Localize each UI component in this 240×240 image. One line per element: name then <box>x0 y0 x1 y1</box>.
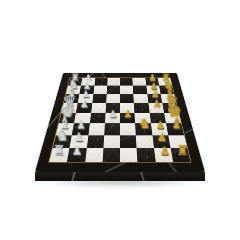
square-a5[interactable] <box>120 78 133 86</box>
square-f4[interactable] <box>104 123 120 135</box>
square-g6[interactable] <box>136 135 154 148</box>
square-g5[interactable] <box>120 135 137 148</box>
square-h5[interactable] <box>120 148 138 162</box>
square-b6[interactable] <box>133 86 147 94</box>
silver-pawn-icon: ♟ <box>76 99 93 108</box>
square-g4[interactable] <box>103 135 120 148</box>
square-c5[interactable] <box>120 94 134 103</box>
square-b4[interactable] <box>107 86 120 94</box>
square-e3[interactable] <box>89 113 105 124</box>
gold-bishop-icon: ♝ <box>167 116 186 131</box>
square-c6[interactable] <box>133 94 148 103</box>
square-h4[interactable] <box>102 148 120 162</box>
silver-pawn-icon: ♟ <box>67 146 88 157</box>
gold-pawn-icon: ♟ <box>149 99 166 108</box>
square-b5[interactable] <box>120 86 133 94</box>
square-f5[interactable] <box>120 123 136 135</box>
gold-pawn-icon: ♟ <box>153 132 173 143</box>
gold-knight-icon: ♞ <box>135 117 154 131</box>
silver-pawn-icon: ♟ <box>69 132 89 143</box>
square-c4[interactable] <box>106 94 120 103</box>
square-a6[interactable] <box>132 78 145 86</box>
chess-board: ♜♞♝♛♚♝♞♜♟♟♟♟♟♟♟♟♜♞♝♛♚♝♜♟♟♟♟♟♟♟♟♞ <box>35 73 205 172</box>
silver-pawn-icon: ♟ <box>72 120 91 130</box>
product-photo-scene: ♜♞♝♛♚♝♞♜♟♟♟♟♟♟♟♟♜♞♝♛♚♝♜♟♟♟♟♟♟♟♟♞ <box>0 0 240 240</box>
board-shadow <box>34 180 206 189</box>
square-h6[interactable] <box>137 148 155 162</box>
gold-pawn-icon: ♟ <box>155 146 176 157</box>
square-a4[interactable] <box>107 78 120 86</box>
gold-rook-icon: ♜ <box>172 144 193 157</box>
